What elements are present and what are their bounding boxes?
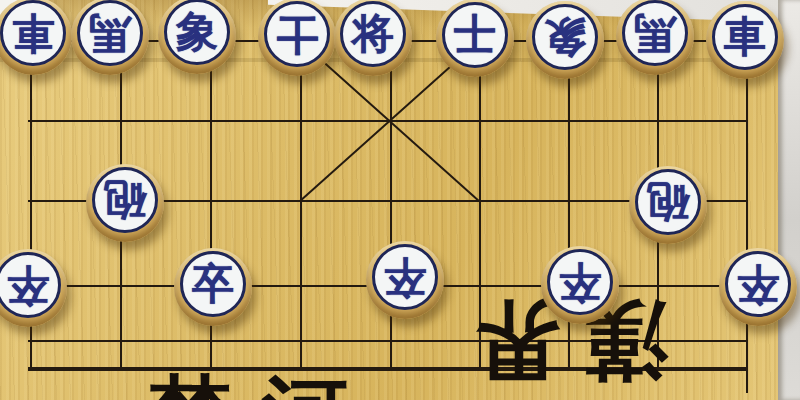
- piece-face: 馬: [77, 0, 143, 66]
- piece-character: 砲: [647, 181, 689, 223]
- piece-character: 車: [724, 16, 766, 58]
- piece-character: 卒: [192, 263, 234, 305]
- piece-character: 象: [544, 16, 586, 58]
- file-line-5: [390, 40, 392, 367]
- piece-character: 象: [176, 11, 218, 53]
- piece-face: 卒: [372, 244, 438, 310]
- black-soldier-4-piece[interactable]: 卒: [541, 246, 619, 324]
- piece-face: 将: [340, 1, 406, 67]
- piece-face: 卒: [180, 251, 246, 317]
- piece-face: 車: [0, 0, 66, 66]
- black-general-piece[interactable]: 将: [334, 0, 412, 76]
- xiangqi-photo: 楚河 漢界 車馬象士将士象馬車砲砲卒卒卒卒卒: [0, 0, 800, 400]
- piece-character: 卒: [384, 256, 426, 298]
- piece-face: 卒: [0, 252, 61, 318]
- black-elephant-right-piece[interactable]: 象: [526, 1, 604, 79]
- piece-face: 砲: [92, 167, 158, 233]
- piece-character: 将: [352, 13, 394, 55]
- piece-face: 象: [164, 0, 230, 65]
- piece-face: 砲: [635, 169, 701, 235]
- piece-face: 士: [264, 1, 330, 67]
- black-chariot-right-piece[interactable]: 車: [706, 1, 784, 79]
- black-advisor-right-piece[interactable]: 士: [436, 0, 514, 77]
- piece-face: 士: [442, 2, 508, 68]
- black-horse-left-piece[interactable]: 馬: [71, 0, 149, 75]
- piece-character: 砲: [104, 179, 146, 221]
- piece-face: 馬: [622, 0, 688, 66]
- black-cannon-left-piece[interactable]: 砲: [86, 164, 164, 242]
- black-horse-right-piece[interactable]: 馬: [616, 0, 694, 75]
- piece-character: 卒: [7, 264, 49, 306]
- black-soldier-2-piece[interactable]: 卒: [174, 248, 252, 326]
- piece-character: 卒: [737, 263, 779, 305]
- piece-face: 象: [532, 4, 598, 70]
- backdrop-right: [778, 0, 800, 400]
- piece-character: 士: [276, 13, 318, 55]
- piece-face: 車: [712, 4, 778, 70]
- piece-character: 車: [12, 12, 54, 54]
- piece-face: 卒: [547, 249, 613, 315]
- file-line-9: [746, 40, 748, 393]
- piece-character: 馬: [89, 12, 131, 54]
- piece-character: 士: [454, 14, 496, 56]
- piece-character: 馬: [634, 12, 676, 54]
- black-soldier-5-piece[interactable]: 卒: [719, 248, 797, 326]
- river-text-chu-he: 楚河: [146, 372, 378, 400]
- piece-face: 卒: [725, 251, 791, 317]
- black-cannon-right-piece[interactable]: 砲: [629, 166, 707, 244]
- black-advisor-left-piece[interactable]: 士: [258, 0, 336, 76]
- black-soldier-3-piece[interactable]: 卒: [366, 241, 444, 319]
- piece-character: 卒: [559, 261, 601, 303]
- file-line-4: [300, 40, 302, 367]
